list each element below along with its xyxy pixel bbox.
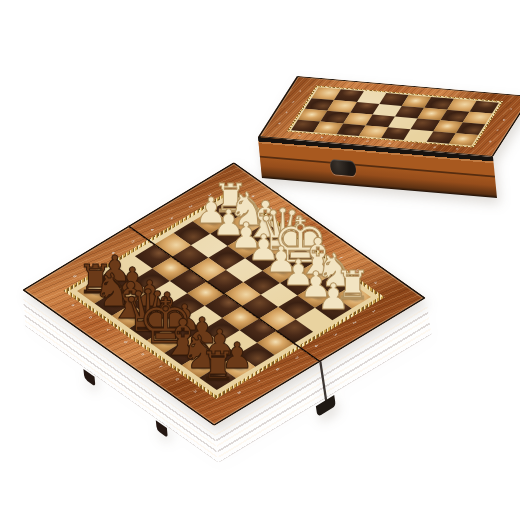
- coordinate-label: a: [298, 135, 302, 137]
- coordinate-label: 6: [502, 119, 506, 121]
- coordinate-label: d: [365, 140, 369, 142]
- coordinate-label: 2: [291, 101, 295, 103]
- closed-box-fold-seam: [260, 156, 495, 178]
- chess-piece-glyph: ♟: [303, 279, 363, 315]
- coordinate-label: e: [388, 142, 392, 144]
- coordinate-label: f: [411, 144, 414, 146]
- coordinate-label: b: [320, 137, 324, 139]
- coordinate-label: 7: [495, 130, 499, 132]
- piece-brown-rook[interactable]: ♜: [188, 346, 248, 386]
- coordinate-label: 1: [298, 90, 302, 92]
- coordinate-label: 4: [277, 123, 281, 125]
- piece-white-pawn[interactable]: ♟: [303, 279, 363, 315]
- clasp-latch[interactable]: [330, 159, 357, 176]
- coordinate-label: 5: [509, 108, 513, 110]
- coordinate-label: 8: [488, 141, 492, 143]
- coordinate-label: g: [433, 146, 437, 148]
- coordinate-label: h: [455, 148, 459, 150]
- board-surface: aa11bb22cc33dd44ee55ff66gg77hh88 ♜♞♝♛♚♝♞…: [22, 162, 426, 426]
- chess-piece-glyph: ♜: [188, 346, 248, 386]
- pieces-layer: ♜♞♝♛♚♝♞♜♟♟♟♟♟♟♟♟♟♟♟♟♟♟♟♟♜♞♝♛♚♝♞♜: [22, 162, 426, 426]
- product-photo-stage: abcdefgh12345678 aa11bb22cc33dd44ee55ff6…: [0, 0, 520, 520]
- coordinate-label: c: [343, 139, 346, 141]
- coordinate-label: 3: [284, 112, 288, 114]
